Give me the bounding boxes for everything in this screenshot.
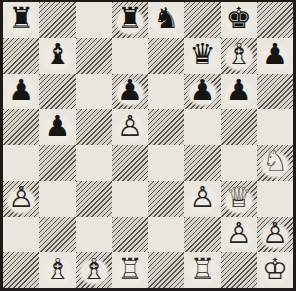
white-pawn-icon: ♙	[189, 183, 215, 212]
square-g3: ♕	[221, 181, 257, 217]
square-b5: ♟	[39, 109, 75, 145]
black-rook-icon: ♜	[8, 4, 34, 33]
square-c2	[76, 217, 112, 253]
white-pawn-icon: ♙	[117, 112, 143, 141]
black-pawn-icon: ♟	[8, 76, 34, 105]
square-g6: ♟	[221, 74, 257, 110]
white-rook-icon: ♖	[189, 255, 215, 284]
square-a1	[3, 252, 39, 288]
square-h6	[257, 74, 293, 110]
square-g5	[221, 109, 257, 145]
square-c8	[76, 2, 112, 38]
square-f8	[184, 2, 220, 38]
square-c4	[76, 145, 112, 181]
chess-diagram: ♜♜♞♚♝♛♗♟♟♟♟♟♟♙♘♙♙♕♙♙♗♗♖♖♔	[0, 0, 296, 291]
square-b7: ♝	[39, 38, 75, 74]
square-h1: ♔	[257, 252, 293, 288]
square-a5	[3, 109, 39, 145]
square-a7	[3, 38, 39, 74]
square-e1	[148, 252, 184, 288]
square-g8: ♚	[221, 2, 257, 38]
square-d3	[112, 181, 148, 217]
square-a3: ♙	[3, 181, 39, 217]
square-b2	[39, 217, 75, 253]
square-a2	[3, 217, 39, 253]
square-g1	[221, 252, 257, 288]
white-pawn-icon: ♙	[8, 183, 34, 212]
square-d2	[112, 217, 148, 253]
white-king-icon: ♔	[262, 255, 288, 284]
square-f5	[184, 109, 220, 145]
square-d5: ♙	[112, 109, 148, 145]
square-b8	[39, 2, 75, 38]
square-d4	[112, 145, 148, 181]
square-h4: ♘	[257, 145, 293, 181]
black-knight-icon: ♞	[153, 4, 179, 33]
square-a4	[3, 145, 39, 181]
white-queen-icon: ♕	[226, 183, 252, 212]
square-g7: ♗	[221, 38, 257, 74]
square-d1: ♖	[112, 252, 148, 288]
square-h3	[257, 181, 293, 217]
black-pawn-icon: ♟	[226, 76, 252, 105]
square-d8: ♜	[112, 2, 148, 38]
square-e7	[148, 38, 184, 74]
white-pawn-icon: ♙	[226, 219, 252, 248]
square-d6: ♟	[112, 74, 148, 110]
square-f3: ♙	[184, 181, 220, 217]
square-c6	[76, 74, 112, 110]
square-h8	[257, 2, 293, 38]
black-king-icon: ♚	[226, 4, 252, 33]
square-f6: ♟	[184, 74, 220, 110]
black-pawn-icon: ♟	[189, 76, 215, 105]
square-e4	[148, 145, 184, 181]
square-e8: ♞	[148, 2, 184, 38]
black-queen-icon: ♛	[189, 40, 215, 69]
square-f7: ♛	[184, 38, 220, 74]
black-pawn-icon: ♟	[44, 112, 70, 141]
square-f1: ♖	[184, 252, 220, 288]
square-c7	[76, 38, 112, 74]
white-pawn-icon: ♙	[262, 219, 288, 248]
white-bishop-icon: ♗	[44, 255, 70, 284]
square-e5	[148, 109, 184, 145]
white-rook-icon: ♖	[117, 255, 143, 284]
square-g4	[221, 145, 257, 181]
square-a6: ♟	[3, 74, 39, 110]
square-e2	[148, 217, 184, 253]
square-d7	[112, 38, 148, 74]
square-f2	[184, 217, 220, 253]
square-c3	[76, 181, 112, 217]
black-pawn-icon: ♟	[262, 40, 288, 69]
black-rook-icon: ♜	[117, 4, 143, 33]
black-pawn-icon: ♟	[117, 76, 143, 105]
square-h5	[257, 109, 293, 145]
white-knight-icon: ♘	[262, 147, 288, 176]
white-bishop-icon: ♗	[226, 40, 252, 69]
square-h2: ♙	[257, 217, 293, 253]
square-e3	[148, 181, 184, 217]
square-h7: ♟	[257, 38, 293, 74]
square-b4	[39, 145, 75, 181]
white-bishop-icon: ♗	[81, 255, 107, 284]
square-a8: ♜	[3, 2, 39, 38]
square-e6	[148, 74, 184, 110]
square-f4	[184, 145, 220, 181]
square-c5	[76, 109, 112, 145]
square-b6	[39, 74, 75, 110]
chess-board: ♜♜♞♚♝♛♗♟♟♟♟♟♟♙♘♙♙♕♙♙♗♗♖♖♔	[0, 0, 296, 291]
black-bishop-icon: ♝	[44, 40, 70, 69]
square-b1: ♗	[39, 252, 75, 288]
square-b3	[39, 181, 75, 217]
square-c1: ♗	[76, 252, 112, 288]
square-g2: ♙	[221, 217, 257, 253]
